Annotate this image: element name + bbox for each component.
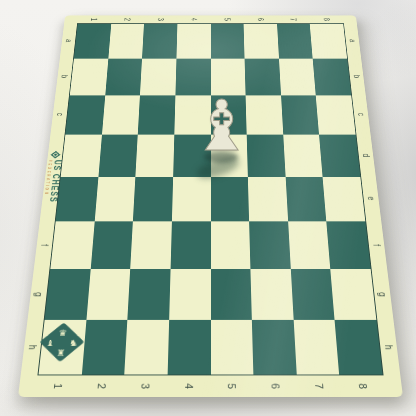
coord-label-7: 7: [277, 15, 311, 23]
square-b8[interactable]: [313, 59, 351, 96]
chess-board-mat: 12345678 12345678 abcfgh abcdefgh US CHE…: [18, 15, 403, 397]
coord-label-1: 1: [35, 375, 81, 397]
coord-label-4: 4: [167, 375, 211, 397]
square-e4[interactable]: [172, 177, 211, 222]
square-f8[interactable]: [327, 221, 371, 269]
coord-label-2: 2: [110, 15, 144, 23]
square-e3[interactable]: [133, 177, 173, 222]
coord-label-5: 5: [211, 375, 255, 397]
square-d2[interactable]: [98, 135, 138, 177]
square-g5[interactable]: [211, 269, 252, 320]
coord-label-6: 6: [244, 15, 278, 23]
square-d7[interactable]: [283, 135, 323, 177]
square-e6[interactable]: [248, 177, 288, 222]
square-a7[interactable]: [277, 24, 313, 59]
square-f2[interactable]: [90, 221, 133, 269]
square-c3[interactable]: [138, 96, 175, 135]
table-cloth-background: 12345678 12345678 abcfgh abcdefgh US CHE…: [0, 0, 416, 416]
coord-label-4: 4: [177, 15, 210, 23]
square-b7[interactable]: [279, 59, 316, 96]
us-chess-mark-icon: [51, 151, 61, 158]
square-b3[interactable]: [140, 59, 176, 96]
coord-label-6: 6: [254, 375, 298, 397]
labels-bottom: 12345678: [35, 375, 386, 397]
square-g2[interactable]: [86, 269, 130, 320]
square-a6[interactable]: [244, 24, 279, 59]
square-h8[interactable]: [335, 320, 383, 375]
coord-label-2: 2: [79, 375, 124, 397]
square-d8[interactable]: [319, 135, 360, 177]
labels-top: 12345678: [77, 15, 344, 23]
square-e8[interactable]: [323, 177, 365, 222]
square-b1[interactable]: [70, 59, 108, 96]
square-a8[interactable]: [310, 24, 347, 59]
square-a2[interactable]: [108, 24, 144, 59]
square-d1[interactable]: [61, 135, 102, 177]
square-c7[interactable]: [281, 96, 319, 135]
square-f5[interactable]: [211, 221, 251, 269]
square-c1[interactable]: [65, 96, 105, 135]
square-h6[interactable]: [252, 320, 297, 375]
square-b2[interactable]: [105, 59, 142, 96]
square-a5[interactable]: [211, 24, 245, 59]
square-e1[interactable]: [56, 177, 98, 222]
coord-label-1: 1: [77, 15, 111, 23]
square-g6[interactable]: [251, 269, 294, 320]
square-g7[interactable]: [291, 269, 335, 320]
board-grid: [37, 23, 383, 375]
coord-label-5: 5: [211, 15, 244, 23]
square-h2[interactable]: [82, 320, 128, 375]
coord-label-3: 3: [144, 15, 178, 23]
square-f1[interactable]: [50, 221, 94, 269]
square-g4[interactable]: [169, 269, 210, 320]
square-e5[interactable]: [211, 177, 250, 222]
square-c2[interactable]: [102, 96, 140, 135]
square-g8[interactable]: [331, 269, 377, 320]
square-e7[interactable]: [285, 177, 326, 222]
corner-logo-piece-glyph: ♜: [52, 345, 69, 359]
square-d3[interactable]: [136, 135, 175, 177]
square-f6[interactable]: [249, 221, 290, 269]
white-bishop[interactable]: ♝: [188, 88, 256, 164]
square-c8[interactable]: [316, 96, 356, 135]
square-h7[interactable]: [293, 320, 339, 375]
square-e2[interactable]: [94, 177, 135, 222]
square-h5[interactable]: [211, 320, 254, 375]
square-h4[interactable]: [168, 320, 211, 375]
coord-label-8: 8: [310, 15, 344, 23]
square-a4[interactable]: [176, 24, 210, 59]
square-a3[interactable]: [142, 24, 177, 59]
square-f4[interactable]: [170, 221, 210, 269]
coord-label-3: 3: [123, 375, 167, 397]
square-a1[interactable]: [74, 24, 111, 59]
square-g1[interactable]: [45, 269, 91, 320]
square-g3[interactable]: [128, 269, 171, 320]
square-h3[interactable]: [125, 320, 170, 375]
square-f7[interactable]: [288, 221, 331, 269]
coord-label-7: 7: [297, 375, 342, 397]
square-f3[interactable]: [130, 221, 171, 269]
coord-label-8: 8: [340, 375, 386, 397]
